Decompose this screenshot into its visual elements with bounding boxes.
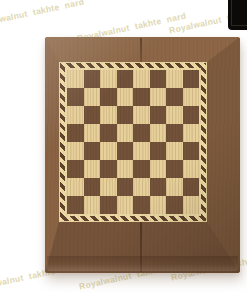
board-square: [133, 160, 150, 178]
fold-seam-bottom: [140, 222, 142, 272]
board-square: [133, 142, 150, 160]
board-square: [166, 106, 183, 124]
board-square: [150, 178, 167, 196]
board-square: [100, 160, 117, 178]
board-square: [166, 160, 183, 178]
board-square: [150, 106, 167, 124]
board-square: [117, 160, 134, 178]
board-square: [166, 70, 183, 88]
board-square: [67, 160, 84, 178]
board-square: [166, 178, 183, 196]
chess-board: [45, 37, 240, 273]
board-square: [84, 70, 101, 88]
board-square: [150, 88, 167, 106]
watermark-text: Royalwalnut takhte nard: [0, 0, 85, 29]
board-square: [166, 88, 183, 106]
board-square: [100, 196, 117, 214]
board-square: [84, 196, 101, 214]
fold-seam-top: [140, 38, 142, 62]
board-square: [133, 178, 150, 196]
board-square: [84, 142, 101, 160]
board-square: [183, 142, 200, 160]
board-square: [100, 178, 117, 196]
corner-image-fragment: [228, 0, 247, 30]
board-square: [133, 70, 150, 88]
board-square: [117, 70, 134, 88]
board-grid: [67, 70, 199, 214]
inlay-striped-border: [59, 62, 207, 222]
board-square: [67, 70, 84, 88]
board-square: [117, 178, 134, 196]
board-square: [67, 88, 84, 106]
board-square: [100, 106, 117, 124]
board-square: [133, 106, 150, 124]
board-square: [150, 142, 167, 160]
board-square: [100, 124, 117, 142]
board-square: [100, 88, 117, 106]
board-square: [166, 196, 183, 214]
board-square: [117, 106, 134, 124]
board-square: [100, 142, 117, 160]
board-square: [84, 160, 101, 178]
board-square: [67, 124, 84, 142]
board-square: [67, 142, 84, 160]
board-square: [67, 106, 84, 124]
board-square: [84, 88, 101, 106]
board-square: [183, 124, 200, 142]
inlay-line-border: [65, 68, 201, 216]
board-square: [183, 178, 200, 196]
board-square: [150, 70, 167, 88]
board-square: [150, 196, 167, 214]
board-square: [183, 70, 200, 88]
board-square: [117, 196, 134, 214]
board-square: [133, 124, 150, 142]
board-square: [166, 142, 183, 160]
board-square: [117, 88, 134, 106]
product-photo: Royalwalnut takhte nard Royalwalnut takh…: [0, 0, 247, 296]
board-square: [67, 178, 84, 196]
board-square: [84, 124, 101, 142]
board-square: [117, 142, 134, 160]
board-square: [117, 124, 134, 142]
board-square: [100, 70, 117, 88]
board-square: [150, 124, 167, 142]
board-square: [84, 106, 101, 124]
board-square: [133, 196, 150, 214]
board-square: [183, 106, 200, 124]
board-square: [183, 196, 200, 214]
board-square: [183, 88, 200, 106]
board-square: [166, 124, 183, 142]
board-square: [150, 160, 167, 178]
board-square: [133, 88, 150, 106]
board-square: [183, 160, 200, 178]
board-square: [84, 178, 101, 196]
board-square: [67, 196, 84, 214]
